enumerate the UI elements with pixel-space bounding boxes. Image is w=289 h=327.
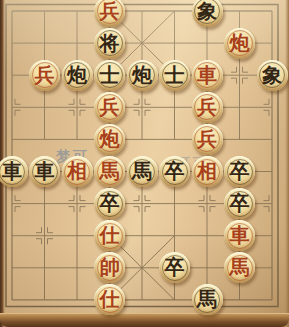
piece-red-elephant[interactable]: 相 <box>192 156 223 187</box>
piece-black-elephant[interactable]: 象 <box>257 60 288 91</box>
piece-black-soldier[interactable]: 卒 <box>224 188 255 219</box>
piece-glyph: 馬 <box>100 161 120 181</box>
piece-black-general[interactable]: 将 <box>94 28 125 59</box>
piece-glyph: 帥 <box>100 257 120 277</box>
piece-red-soldier[interactable]: 兵 <box>29 60 60 91</box>
piece-red-soldier[interactable]: 兵 <box>94 0 125 27</box>
piece-glyph: 象 <box>262 65 282 85</box>
piece-red-advisor[interactable]: 仕 <box>94 284 125 315</box>
piece-glyph: 仕 <box>100 289 120 309</box>
piece-black-soldier[interactable]: 卒 <box>224 156 255 187</box>
piece-glyph: 車 <box>2 161 22 181</box>
piece-glyph: 兵 <box>35 65 55 85</box>
piece-glyph: 士 <box>100 65 120 85</box>
piece-glyph: 卒 <box>230 161 250 181</box>
piece-glyph: 車 <box>230 225 250 245</box>
piece-glyph: 仕 <box>100 225 120 245</box>
piece-glyph: 炮 <box>132 65 152 85</box>
piece-glyph: 兵 <box>100 97 120 117</box>
piece-glyph: 馬 <box>132 161 152 181</box>
piece-red-soldier[interactable]: 兵 <box>192 92 223 123</box>
piece-red-elephant[interactable]: 相 <box>62 156 93 187</box>
piece-glyph: 炮 <box>67 65 87 85</box>
piece-glyph: 馬 <box>197 289 217 309</box>
piece-glyph: 卒 <box>165 257 185 277</box>
piece-black-cannon[interactable]: 炮 <box>62 60 93 91</box>
piece-glyph: 卒 <box>165 161 185 181</box>
piece-glyph: 将 <box>100 33 120 53</box>
xiangqi-board: 梦可 可可 兵象将炮兵炮士炮士車象兵兵炮兵車車相馬馬卒相卒卒卒仕車帥卒馬仕馬 <box>0 0 289 327</box>
piece-black-chariot[interactable]: 車 <box>0 156 28 187</box>
piece-black-advisor[interactable]: 士 <box>94 60 125 91</box>
piece-black-horse[interactable]: 馬 <box>192 284 223 315</box>
piece-black-soldier[interactable]: 卒 <box>94 188 125 219</box>
piece-red-chariot[interactable]: 車 <box>192 60 223 91</box>
piece-glyph: 馬 <box>230 257 250 277</box>
piece-glyph: 相 <box>197 161 217 181</box>
piece-red-horse[interactable]: 馬 <box>94 156 125 187</box>
piece-glyph: 兵 <box>100 1 120 21</box>
piece-black-soldier[interactable]: 卒 <box>159 252 190 283</box>
piece-glyph: 兵 <box>197 97 217 117</box>
piece-glyph: 炮 <box>230 33 250 53</box>
piece-red-general[interactable]: 帥 <box>94 252 125 283</box>
piece-red-horse[interactable]: 馬 <box>224 252 255 283</box>
piece-black-horse[interactable]: 馬 <box>127 156 158 187</box>
piece-black-cannon[interactable]: 炮 <box>127 60 158 91</box>
piece-black-elephant[interactable]: 象 <box>192 0 223 27</box>
piece-glyph: 卒 <box>100 193 120 213</box>
piece-red-cannon[interactable]: 炮 <box>94 124 125 155</box>
piece-red-advisor[interactable]: 仕 <box>94 220 125 251</box>
piece-glyph: 象 <box>197 1 217 21</box>
piece-glyph: 相 <box>67 161 87 181</box>
piece-glyph: 車 <box>197 65 217 85</box>
piece-glyph: 兵 <box>197 129 217 149</box>
piece-glyph: 炮 <box>100 129 120 149</box>
piece-glyph: 車 <box>35 161 55 181</box>
piece-red-cannon[interactable]: 炮 <box>224 28 255 59</box>
piece-red-soldier[interactable]: 兵 <box>192 124 223 155</box>
piece-red-soldier[interactable]: 兵 <box>94 92 125 123</box>
piece-black-advisor[interactable]: 士 <box>159 60 190 91</box>
piece-glyph: 卒 <box>230 193 250 213</box>
piece-red-chariot[interactable]: 車 <box>224 220 255 251</box>
piece-black-chariot[interactable]: 車 <box>29 156 60 187</box>
pieces-layer: 兵象将炮兵炮士炮士車象兵兵炮兵車車相馬馬卒相卒卒卒仕車帥卒馬仕馬 <box>0 0 289 327</box>
piece-glyph: 士 <box>165 65 185 85</box>
piece-black-soldier[interactable]: 卒 <box>159 156 190 187</box>
